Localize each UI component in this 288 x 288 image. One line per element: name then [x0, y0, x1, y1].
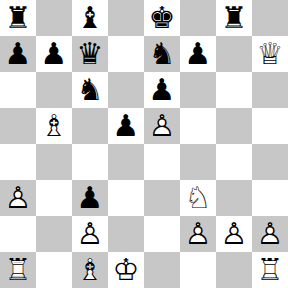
square-b3[interactable]	[36, 180, 72, 216]
white-pawn-icon[interactable]: ♟♙	[0, 180, 36, 216]
black-pawn-icon[interactable]: ♟	[36, 36, 72, 72]
square-g4[interactable]	[216, 144, 252, 180]
white-pawn-outline: ♙	[144, 108, 180, 144]
white-pawn-icon[interactable]: ♟♙	[216, 216, 252, 252]
square-h1[interactable]: ♜♖	[252, 252, 288, 288]
square-a6[interactable]	[0, 72, 36, 108]
square-a1[interactable]: ♜♖	[0, 252, 36, 288]
black-pawn-glyph: ♟	[108, 108, 144, 144]
black-knight-glyph: ♞	[72, 72, 108, 108]
square-d2[interactable]	[108, 216, 144, 252]
square-d4[interactable]	[108, 144, 144, 180]
square-a3[interactable]: ♟♙	[0, 180, 36, 216]
black-queen-glyph: ♛	[72, 36, 108, 72]
square-e3[interactable]	[144, 180, 180, 216]
white-pawn-icon[interactable]: ♟♙	[72, 216, 108, 252]
white-pawn-outline: ♙	[72, 216, 108, 252]
black-bishop-glyph: ♝	[72, 0, 108, 36]
square-f3[interactable]: ♞♘	[180, 180, 216, 216]
square-g6[interactable]	[216, 72, 252, 108]
square-b8[interactable]	[36, 0, 72, 36]
square-d6[interactable]	[108, 72, 144, 108]
square-d3[interactable]	[108, 180, 144, 216]
black-pawn-glyph: ♟	[0, 36, 36, 72]
square-g5[interactable]	[216, 108, 252, 144]
black-queen-icon[interactable]: ♛	[72, 36, 108, 72]
square-a5[interactable]	[0, 108, 36, 144]
square-f1[interactable]	[180, 252, 216, 288]
square-g8[interactable]: ♜	[216, 0, 252, 36]
white-pawn-icon[interactable]: ♟♙	[144, 108, 180, 144]
square-c5[interactable]	[72, 108, 108, 144]
square-f8[interactable]	[180, 0, 216, 36]
square-c8[interactable]: ♝	[72, 0, 108, 36]
square-e1[interactable]	[144, 252, 180, 288]
black-rook-glyph: ♜	[0, 0, 36, 36]
white-bishop-icon[interactable]: ♝♗	[72, 252, 108, 288]
black-rook-glyph: ♜	[216, 0, 252, 36]
white-knight-icon[interactable]: ♞♘	[180, 180, 216, 216]
black-pawn-icon[interactable]: ♟	[72, 180, 108, 216]
white-bishop-icon[interactable]: ♝♗	[36, 108, 72, 144]
square-d5[interactable]: ♟	[108, 108, 144, 144]
square-g2[interactable]: ♟♙	[216, 216, 252, 252]
square-b6[interactable]	[36, 72, 72, 108]
square-f2[interactable]: ♟♙	[180, 216, 216, 252]
square-c2[interactable]: ♟♙	[72, 216, 108, 252]
square-e8[interactable]: ♚	[144, 0, 180, 36]
square-h4[interactable]	[252, 144, 288, 180]
square-e7[interactable]: ♞	[144, 36, 180, 72]
white-rook-icon[interactable]: ♜♖	[0, 252, 36, 288]
white-king-outline: ♔	[108, 252, 144, 288]
white-king-icon[interactable]: ♚♔	[108, 252, 144, 288]
square-d1[interactable]: ♚♔	[108, 252, 144, 288]
square-h6[interactable]	[252, 72, 288, 108]
square-f7[interactable]: ♟	[180, 36, 216, 72]
square-e4[interactable]	[144, 144, 180, 180]
black-pawn-glyph: ♟	[144, 72, 180, 108]
square-a2[interactable]	[0, 216, 36, 252]
black-pawn-icon[interactable]: ♟	[144, 72, 180, 108]
square-b7[interactable]: ♟	[36, 36, 72, 72]
square-b1[interactable]	[36, 252, 72, 288]
square-b2[interactable]	[36, 216, 72, 252]
black-rook-icon[interactable]: ♜	[0, 0, 36, 36]
white-rook-outline: ♖	[252, 252, 288, 288]
square-c4[interactable]	[72, 144, 108, 180]
square-e5[interactable]: ♟♙	[144, 108, 180, 144]
white-bishop-outline: ♗	[72, 252, 108, 288]
square-c6[interactable]: ♞	[72, 72, 108, 108]
square-e6[interactable]: ♟	[144, 72, 180, 108]
square-h3[interactable]	[252, 180, 288, 216]
square-f4[interactable]	[180, 144, 216, 180]
square-g1[interactable]	[216, 252, 252, 288]
square-a4[interactable]	[0, 144, 36, 180]
white-pawn-icon[interactable]: ♟♙	[180, 216, 216, 252]
white-rook-icon[interactable]: ♜♖	[252, 252, 288, 288]
square-g3[interactable]	[216, 180, 252, 216]
black-pawn-icon[interactable]: ♟	[0, 36, 36, 72]
white-rook-outline: ♖	[0, 252, 36, 288]
square-h7[interactable]: ♛♕	[252, 36, 288, 72]
square-c7[interactable]: ♛	[72, 36, 108, 72]
black-pawn-glyph: ♟	[72, 180, 108, 216]
square-c3[interactable]: ♟	[72, 180, 108, 216]
black-pawn-icon[interactable]: ♟	[108, 108, 144, 144]
white-pawn-outline: ♙	[180, 216, 216, 252]
black-knight-icon[interactable]: ♞	[144, 36, 180, 72]
white-queen-icon[interactable]: ♛♕	[252, 36, 288, 72]
black-pawn-icon[interactable]: ♟	[180, 36, 216, 72]
square-e2[interactable]	[144, 216, 180, 252]
square-g7[interactable]	[216, 36, 252, 72]
square-a7[interactable]: ♟	[0, 36, 36, 72]
square-h5[interactable]	[252, 108, 288, 144]
white-queen-outline: ♕	[252, 36, 288, 72]
black-bishop-icon[interactable]: ♝	[72, 0, 108, 36]
square-a8[interactable]: ♜	[0, 0, 36, 36]
black-pawn-glyph: ♟	[36, 36, 72, 72]
square-d8[interactable]	[108, 0, 144, 36]
white-knight-outline: ♘	[180, 180, 216, 216]
square-d7[interactable]	[108, 36, 144, 72]
chess-board: ♜♝♚♜♟♟♛♞♟♛♕♞♟♝♗♟♟♙♟♙♟♞♘♟♙♟♙♟♙♟♙♜♖♝♗♚♔♜♖	[0, 0, 288, 288]
white-bishop-outline: ♗	[36, 108, 72, 144]
white-pawn-outline: ♙	[216, 216, 252, 252]
white-pawn-outline: ♙	[0, 180, 36, 216]
black-rook-icon[interactable]: ♜	[216, 0, 252, 36]
square-f5[interactable]	[180, 108, 216, 144]
square-c1[interactable]: ♝♗	[72, 252, 108, 288]
square-b4[interactable]	[36, 144, 72, 180]
square-b5[interactable]: ♝♗	[36, 108, 72, 144]
black-king-icon[interactable]: ♚	[144, 0, 180, 36]
black-king-glyph: ♚	[144, 0, 180, 36]
black-knight-icon[interactable]: ♞	[72, 72, 108, 108]
square-h8[interactable]	[252, 0, 288, 36]
white-pawn-icon[interactable]: ♟♙	[252, 216, 288, 252]
square-f6[interactable]	[180, 72, 216, 108]
square-h2[interactable]: ♟♙	[252, 216, 288, 252]
black-knight-glyph: ♞	[144, 36, 180, 72]
white-pawn-outline: ♙	[252, 216, 288, 252]
black-pawn-glyph: ♟	[180, 36, 216, 72]
